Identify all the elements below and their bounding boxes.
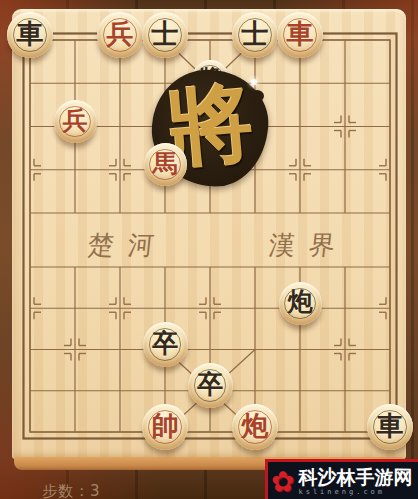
- piece-glyph: 馬: [153, 151, 178, 176]
- piece-black-cannon[interactable]: 炮: [279, 282, 322, 325]
- piece-glyph: 車: [287, 20, 314, 47]
- piece-glyph: 炮: [242, 412, 269, 439]
- piece-black-chariot-left[interactable]: 車: [7, 12, 53, 58]
- piece-red-pawn-b[interactable]: 兵: [54, 100, 97, 143]
- piece-red-cannon[interactable]: 炮: [232, 404, 278, 450]
- watermark-site-url: kslineng.com: [298, 488, 412, 496]
- piece-black-pawn-b[interactable]: 卒: [188, 363, 233, 408]
- piece-black-general[interactable]: 將: [192, 60, 229, 97]
- watermark-text-block: 科沙林手游网 kslineng.com: [298, 468, 412, 497]
- piece-glyph: 兵: [63, 108, 88, 133]
- piece-glyph: 帥: [152, 412, 179, 439]
- piece-glyph: 車: [17, 20, 44, 47]
- piece-glyph: 卒: [197, 371, 223, 397]
- river-label-han-jie: 漢界: [267, 228, 351, 263]
- piece-glyph: 將: [200, 66, 221, 87]
- watermark-site-name: 科沙林手游网: [298, 468, 412, 488]
- game-screen: 楚河 漢界 車兵士士車將兵馬炮卒卒帥炮車 將 步数：3 ✿ 科沙林手游网 ksl…: [0, 0, 418, 499]
- piece-glyph: 炮: [288, 289, 313, 314]
- piece-black-pawn-a[interactable]: 卒: [143, 322, 188, 367]
- piece-glyph: 士: [152, 20, 179, 47]
- piece-glyph: 車: [377, 412, 404, 439]
- piece-red-general[interactable]: 帥: [142, 404, 188, 450]
- piece-black-advisor-left[interactable]: 士: [142, 12, 188, 58]
- step-counter: 步数：3: [42, 482, 101, 499]
- piece-red-pawn-promoted[interactable]: 兵: [97, 12, 143, 58]
- watermark-banner: ✿ 科沙林手游网 kslineng.com: [265, 459, 418, 499]
- piece-glyph: 卒: [152, 330, 178, 356]
- plum-blossom-icon: ✿: [271, 468, 294, 496]
- river-label-chu-he: 楚河: [86, 228, 170, 263]
- piece-glyph: 兵: [107, 20, 134, 47]
- piece-glyph: 士: [242, 20, 269, 47]
- piece-black-advisor-right[interactable]: 士: [232, 12, 278, 58]
- piece-red-horse[interactable]: 馬: [144, 143, 187, 186]
- piece-black-chariot-right[interactable]: 車: [367, 404, 413, 450]
- piece-red-chariot[interactable]: 車: [277, 12, 323, 58]
